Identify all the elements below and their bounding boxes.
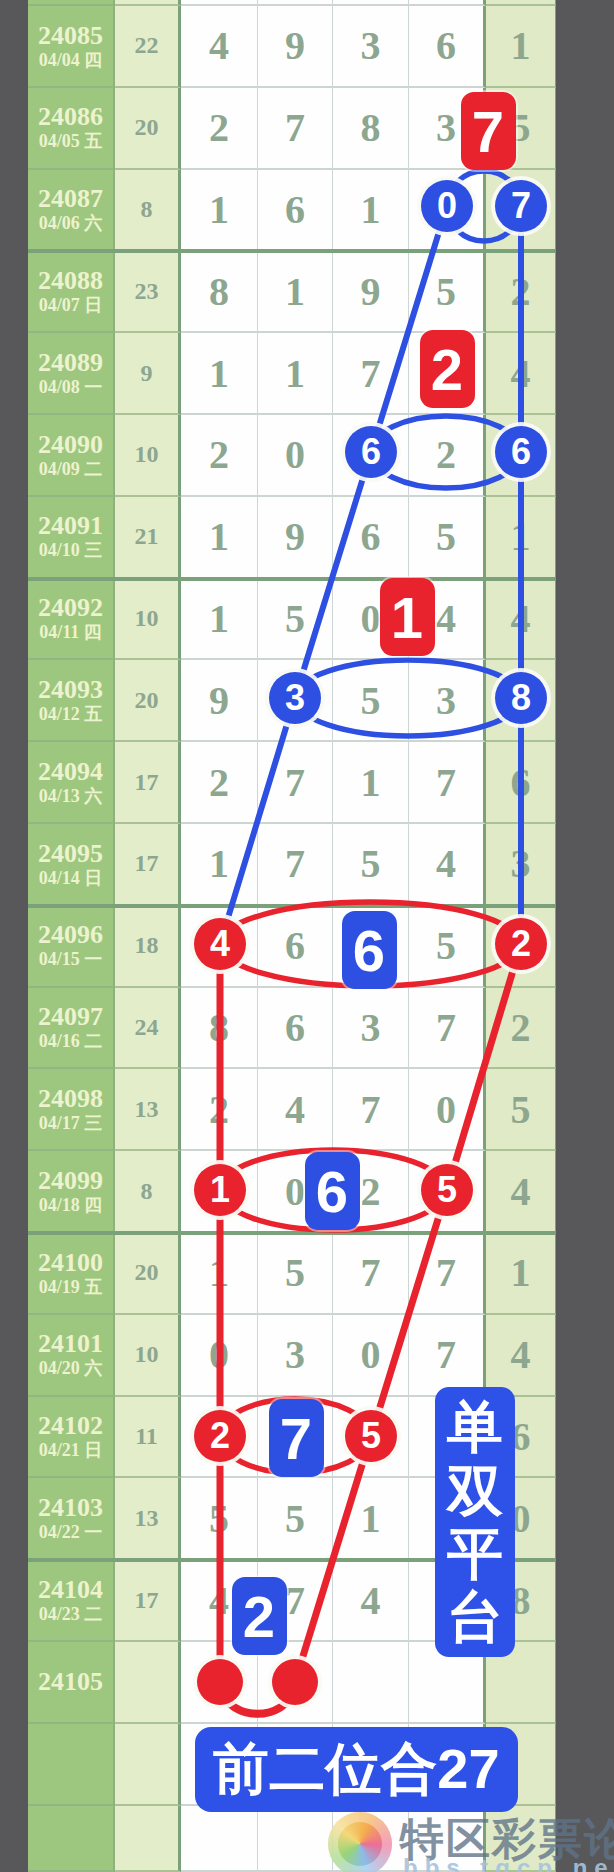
banner-character: 台: [447, 1585, 503, 1648]
trend-line-blue: [220, 206, 447, 944]
watermark-url-text: bbs.tqcp.net: [403, 1854, 614, 1872]
annotation-square-blue: 6: [342, 911, 397, 989]
pair-link-ellipse-blue: [295, 660, 521, 736]
marked-digit-circle-red: 4: [194, 918, 246, 970]
marked-digit-circle-blue: 0: [421, 180, 473, 232]
odd-even-platform-banner: 单双平台: [435, 1387, 515, 1657]
marked-digit-circle-blue: 7: [495, 180, 547, 232]
marked-digit-circle-red: 5: [421, 1164, 473, 1216]
lottery-trend-chart: 2408504/04 四22493612408604/05 五202783524…: [0, 0, 614, 1872]
forum-logo-icon: [328, 1812, 392, 1872]
annotation-square-blue: 2: [232, 1577, 287, 1655]
annotation-square-red: 7: [461, 92, 516, 170]
banner-character: 单: [447, 1395, 503, 1458]
marked-digit-circle-red: 2: [495, 918, 547, 970]
marked-digit-circle-red: 2: [194, 1410, 246, 1462]
banner-character: 双: [447, 1459, 503, 1522]
marked-digit-circle-blue: 8: [495, 672, 547, 724]
annotation-square-blue: 7: [269, 1399, 324, 1477]
prediction-dot: [197, 1659, 243, 1705]
annotation-square-blue: 6: [305, 1152, 360, 1230]
marked-digit-circle-red: 1: [194, 1164, 246, 1216]
marked-digit-circle-blue: 3: [269, 672, 321, 724]
marked-digit-circle-red: 5: [345, 1410, 397, 1462]
prediction-dot: [272, 1659, 318, 1705]
annotation-square-red: 1: [380, 578, 435, 656]
marked-digit-circle-blue: 6: [495, 426, 547, 478]
banner-character: 平: [447, 1522, 503, 1585]
marked-digit-circle-blue: 6: [345, 426, 397, 478]
prediction-banner: 前二位合27: [195, 1727, 518, 1812]
annotation-square-red: 2: [420, 330, 475, 408]
